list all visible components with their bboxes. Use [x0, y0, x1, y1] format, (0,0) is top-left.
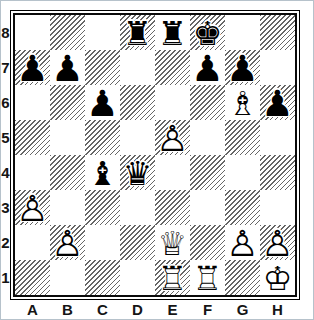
square-d5 — [120, 120, 155, 155]
square-f5 — [190, 120, 225, 155]
square-e7 — [155, 50, 190, 85]
chess-diagram: 8 7 6 5 4 3 2 1 ♜♜♜♜♚♚♟♟♟♟♟♟♟♟♟♟♝♗♟♟♟♙♝♝… — [0, 0, 314, 320]
square-a1 — [15, 260, 50, 295]
square-d2 — [120, 225, 155, 260]
square-h7 — [260, 50, 295, 85]
file-label-d: D — [120, 301, 155, 318]
rank-label-2: 2 — [1, 225, 10, 260]
piece-white-pawn-g2: ♟♙ — [225, 225, 260, 260]
square-a7: ♟♟ — [15, 50, 50, 85]
piece-white-pawn-a3: ♟♙ — [15, 190, 50, 225]
square-e6 — [155, 85, 190, 120]
piece-black-pawn-b7: ♟♟ — [50, 50, 85, 85]
piece-white-queen-e2: ♛♕ — [155, 225, 190, 260]
square-b1 — [50, 260, 85, 295]
square-f3 — [190, 190, 225, 225]
square-g2: ♟♙ — [225, 225, 260, 260]
rank-label-3: 3 — [1, 190, 10, 225]
square-h3 — [260, 190, 295, 225]
square-d6 — [120, 85, 155, 120]
square-e5: ♟♙ — [155, 120, 190, 155]
square-e8: ♜♜ — [155, 15, 190, 50]
square-h5 — [260, 120, 295, 155]
square-a3: ♟♙ — [15, 190, 50, 225]
square-g7: ♟♟ — [225, 50, 260, 85]
square-h2: ♟♙ — [260, 225, 295, 260]
square-e4 — [155, 155, 190, 190]
rank-label-5: 5 — [1, 120, 10, 155]
square-f1: ♜♖ — [190, 260, 225, 295]
piece-black-rook-d8: ♜♜ — [120, 15, 155, 50]
square-g8 — [225, 15, 260, 50]
rank-labels: 8 7 6 5 4 3 2 1 — [1, 15, 10, 295]
file-labels: A B C D E F G H — [15, 301, 295, 318]
square-c5 — [85, 120, 120, 155]
square-d7 — [120, 50, 155, 85]
square-g4 — [225, 155, 260, 190]
rank-label-8: 8 — [1, 15, 10, 50]
piece-black-pawn-g7: ♟♟ — [225, 50, 260, 85]
square-f8: ♚♚ — [190, 15, 225, 50]
square-b5 — [50, 120, 85, 155]
file-label-b: B — [50, 301, 85, 318]
piece-white-king-h1: ♚♔ — [260, 260, 295, 295]
piece-white-pawn-h2: ♟♙ — [260, 225, 295, 260]
rank-label-6: 6 — [1, 85, 10, 120]
piece-black-rook-e8: ♜♜ — [155, 15, 190, 50]
file-label-a: A — [15, 301, 50, 318]
square-c3 — [85, 190, 120, 225]
square-b7: ♟♟ — [50, 50, 85, 85]
square-f6 — [190, 85, 225, 120]
piece-black-pawn-f7: ♟♟ — [190, 50, 225, 85]
square-e2: ♛♕ — [155, 225, 190, 260]
square-h6: ♟♟ — [260, 85, 295, 120]
square-d1 — [120, 260, 155, 295]
file-label-h: H — [260, 301, 295, 318]
piece-black-king-f8: ♚♚ — [190, 15, 225, 50]
piece-white-rook-e1: ♜♖ — [155, 260, 190, 295]
square-g6: ♝♗ — [225, 85, 260, 120]
square-e3 — [155, 190, 190, 225]
square-c1 — [85, 260, 120, 295]
square-c6: ♟♟ — [85, 85, 120, 120]
rank-label-4: 4 — [1, 155, 10, 190]
piece-white-bishop-g6: ♝♗ — [225, 85, 260, 120]
piece-black-pawn-c6: ♟♟ — [85, 85, 120, 120]
square-g5 — [225, 120, 260, 155]
square-f2 — [190, 225, 225, 260]
square-d4: ♛♛ — [120, 155, 155, 190]
square-d8: ♜♜ — [120, 15, 155, 50]
piece-black-pawn-a7: ♟♟ — [15, 50, 50, 85]
square-a2 — [15, 225, 50, 260]
square-g1 — [225, 260, 260, 295]
square-e1: ♜♖ — [155, 260, 190, 295]
square-b8 — [50, 15, 85, 50]
piece-black-pawn-h6: ♟♟ — [260, 85, 295, 120]
piece-white-pawn-b2: ♟♙ — [50, 225, 85, 260]
square-c4: ♝♝ — [85, 155, 120, 190]
square-h8 — [260, 15, 295, 50]
square-d3 — [120, 190, 155, 225]
square-a6 — [15, 85, 50, 120]
square-c8 — [85, 15, 120, 50]
square-b2: ♟♙ — [50, 225, 85, 260]
board: ♜♜♜♜♚♚♟♟♟♟♟♟♟♟♟♟♝♗♟♟♟♙♝♝♛♛♟♙♟♙♛♕♟♙♟♙♜♖♜♖… — [13, 13, 297, 297]
square-a4 — [15, 155, 50, 190]
square-a8 — [15, 15, 50, 50]
file-label-g: G — [225, 301, 260, 318]
piece-white-pawn-e5: ♟♙ — [155, 120, 190, 155]
square-c2 — [85, 225, 120, 260]
file-label-e: E — [155, 301, 190, 318]
square-f4 — [190, 155, 225, 190]
piece-white-rook-f1: ♜♖ — [190, 260, 225, 295]
rank-label-1: 1 — [1, 260, 10, 295]
file-label-f: F — [190, 301, 225, 318]
board-frame: ♜♜♜♜♚♚♟♟♟♟♟♟♟♟♟♟♝♗♟♟♟♙♝♝♛♛♟♙♟♙♛♕♟♙♟♙♜♖♜♖… — [10, 10, 300, 300]
piece-black-queen-d4: ♛♛ — [120, 155, 155, 190]
square-a5 — [15, 120, 50, 155]
file-label-c: C — [85, 301, 120, 318]
piece-black-bishop-c4: ♝♝ — [85, 155, 120, 190]
square-b4 — [50, 155, 85, 190]
square-b6 — [50, 85, 85, 120]
square-h4 — [260, 155, 295, 190]
rank-label-7: 7 — [1, 50, 10, 85]
square-c7 — [85, 50, 120, 85]
square-h1: ♚♔ — [260, 260, 295, 295]
square-b3 — [50, 190, 85, 225]
square-f7: ♟♟ — [190, 50, 225, 85]
square-g3 — [225, 190, 260, 225]
